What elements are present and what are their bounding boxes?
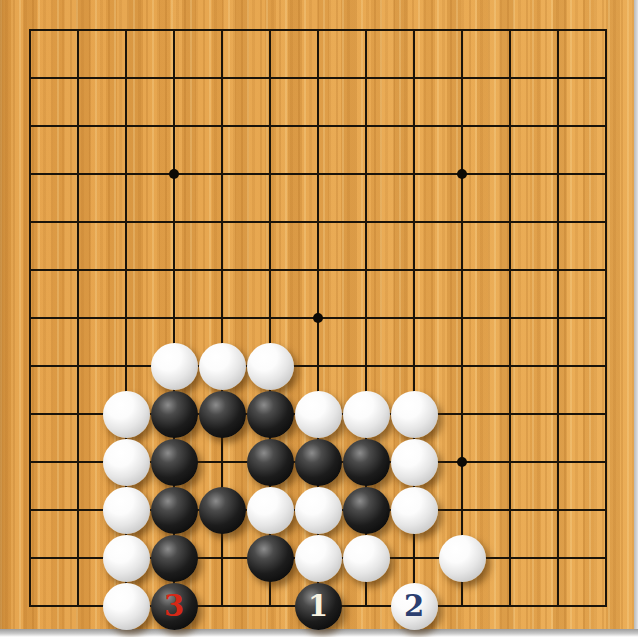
stone-white-3-13 xyxy=(103,583,150,630)
stone-white-9-13: 2 xyxy=(391,583,438,630)
stone-black-5-11 xyxy=(199,487,246,534)
stone-black-4-13: 3 xyxy=(151,583,198,630)
star-point-4-4 xyxy=(169,169,179,179)
grid-line-vertical-11 xyxy=(509,29,511,607)
stone-white-7-11 xyxy=(295,487,342,534)
star-point-10-4 xyxy=(457,169,467,179)
stone-white-3-9 xyxy=(103,391,150,438)
stone-white-8-9 xyxy=(343,391,390,438)
move-number-label-1: 1 xyxy=(308,592,328,621)
window-background-right-edge xyxy=(634,0,638,637)
stone-white-6-8 xyxy=(247,343,294,390)
stone-black-4-12 xyxy=(151,535,198,582)
move-number-label-3: 3 xyxy=(164,592,184,621)
stone-black-6-9 xyxy=(247,391,294,438)
stone-white-7-12 xyxy=(295,535,342,582)
stone-black-5-9 xyxy=(199,391,246,438)
stone-white-3-11 xyxy=(103,487,150,534)
stone-white-5-8 xyxy=(199,343,246,390)
stone-black-4-9 xyxy=(151,391,198,438)
stone-white-9-10 xyxy=(391,439,438,486)
window-background-bottom-edge xyxy=(0,629,638,637)
stone-black-8-11 xyxy=(343,487,390,534)
stone-black-4-11 xyxy=(151,487,198,534)
stone-white-10-12 xyxy=(439,535,486,582)
stone-white-8-12 xyxy=(343,535,390,582)
stone-white-4-8 xyxy=(151,343,198,390)
go-board[interactable]: 312 xyxy=(0,0,638,637)
star-point-10-10 xyxy=(457,457,467,467)
stone-black-6-10 xyxy=(247,439,294,486)
stone-black-4-10 xyxy=(151,439,198,486)
grid-line-vertical-12 xyxy=(557,29,559,607)
stone-white-3-10 xyxy=(103,439,150,486)
star-point-7-7 xyxy=(313,313,323,323)
grid-line-vertical-13 xyxy=(605,29,607,607)
stone-white-7-9 xyxy=(295,391,342,438)
stone-white-6-11 xyxy=(247,487,294,534)
stone-white-9-11 xyxy=(391,487,438,534)
move-number-label-2: 2 xyxy=(404,592,424,621)
grid-line-vertical-10 xyxy=(461,29,463,607)
stone-black-8-10 xyxy=(343,439,390,486)
stone-black-7-10 xyxy=(295,439,342,486)
grid-line-horizontal-8 xyxy=(29,365,607,367)
stone-black-6-12 xyxy=(247,535,294,582)
go-app-window: 312 xyxy=(0,0,638,637)
stone-white-3-12 xyxy=(103,535,150,582)
stone-white-9-9 xyxy=(391,391,438,438)
stone-black-7-13: 1 xyxy=(295,583,342,630)
